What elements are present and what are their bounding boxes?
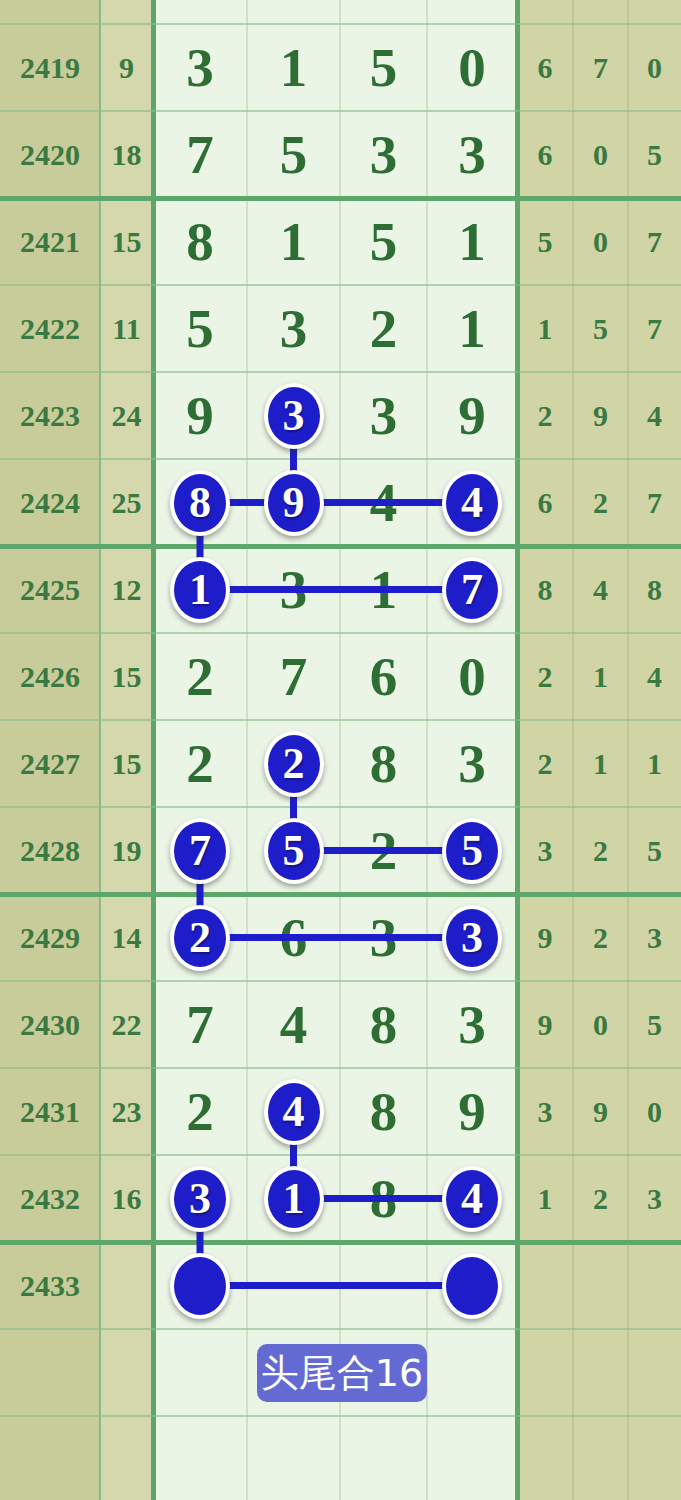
digit-cell-2420-2[interactable]: 5 xyxy=(247,111,340,198)
digit-text: 3 xyxy=(458,736,486,791)
digit-text: 5 xyxy=(370,214,398,269)
selected-number-text: 7 xyxy=(189,829,211,873)
digit-text: 0 xyxy=(458,649,486,704)
digit-cell-2424-3[interactable]: 4 xyxy=(340,459,427,546)
selected-number-text: 3 xyxy=(461,916,483,960)
sum-cell-2429: 14 xyxy=(100,894,153,981)
selected-number-marker[interactable]: 5 xyxy=(264,818,324,884)
sum-cell-2431-text: 23 xyxy=(112,1097,142,1127)
digit-text: 9 xyxy=(186,388,214,443)
digit-cell-2426-3[interactable]: 6 xyxy=(340,633,427,720)
digit-cell-2426-2[interactable]: 7 xyxy=(247,633,340,720)
digit-text: 1 xyxy=(458,214,486,269)
digit-text: 9 xyxy=(458,388,486,443)
selected-number-text: 2 xyxy=(283,742,305,786)
right-cell-2429-2: 2 xyxy=(573,894,628,981)
right-cell-2426-3-text: 4 xyxy=(647,662,662,692)
right-cell-2432-2-text: 2 xyxy=(593,1184,608,1214)
digit-text: 7 xyxy=(280,649,308,704)
digit-cell-2429-4[interactable]: 3 xyxy=(427,894,517,981)
digit-cell-2423-1[interactable]: 9 xyxy=(153,372,247,459)
selected-number-marker[interactable]: 3 xyxy=(170,1166,230,1232)
digit-cell-2419-4[interactable]: 0 xyxy=(427,24,517,111)
digit-text: 1 xyxy=(458,301,486,356)
selected-number-text: 5 xyxy=(283,829,305,873)
digit-cell-2428-2[interactable]: 5 xyxy=(247,807,340,894)
digit-cell-2424-1[interactable]: 8 xyxy=(153,459,247,546)
right-cell-2429-1: 9 xyxy=(517,894,573,981)
right-cell-2425-2: 4 xyxy=(573,546,628,633)
right-cell-2430-3-text: 5 xyxy=(647,1010,662,1040)
digit-cell-2427-3[interactable]: 8 xyxy=(340,720,427,807)
sum-cell-2420: 18 xyxy=(100,111,153,198)
sum-cell-2429-text: 14 xyxy=(112,923,142,953)
digit-text: 9 xyxy=(458,1084,486,1139)
right-cell-2419-3: 0 xyxy=(628,24,681,111)
right-cell-2432-3-text: 3 xyxy=(647,1184,662,1214)
right-cell-2425-3-text: 8 xyxy=(647,575,662,605)
right-cell-2419-1: 6 xyxy=(517,24,573,111)
right-cell-2421-1: 5 xyxy=(517,198,573,285)
right-cell-2429-3-text: 3 xyxy=(647,923,662,953)
issue-cell-2423-text: 2423 xyxy=(20,401,80,431)
digit-cell-2428-4[interactable]: 5 xyxy=(427,807,517,894)
right-cell-2425-1: 8 xyxy=(517,546,573,633)
digit-cell-2419-2[interactable]: 1 xyxy=(247,24,340,111)
selected-number-marker[interactable]: 1 xyxy=(264,1166,324,1232)
digit-cell-2433-1[interactable] xyxy=(153,1242,247,1329)
right-cell-2422-2: 5 xyxy=(573,285,628,372)
sum-cell-2422: 11 xyxy=(100,285,153,372)
right-cell-2420-3: 5 xyxy=(628,111,681,198)
digit-cell-2421-4[interactable]: 1 xyxy=(427,198,517,285)
digit-cell-2427-1[interactable]: 2 xyxy=(153,720,247,807)
right-cell-2420-3-text: 5 xyxy=(647,140,662,170)
digit-text: 3 xyxy=(458,997,486,1052)
right-cell-2421-3: 7 xyxy=(628,198,681,285)
selected-number-marker[interactable]: 2 xyxy=(170,905,230,971)
right-cell-2426-3: 4 xyxy=(628,633,681,720)
right-cell-2419-2: 7 xyxy=(573,24,628,111)
row-grid-line xyxy=(0,1415,681,1417)
digit-cell-2431-3[interactable]: 8 xyxy=(340,1068,427,1155)
sum-cell-2421-text: 15 xyxy=(112,227,142,257)
digit-cell-2427-2[interactable]: 2 xyxy=(247,720,340,807)
right-cell-2422-1-text: 1 xyxy=(538,314,553,344)
digit-cell-2433-4[interactable] xyxy=(427,1242,517,1329)
issue-cell-2430-text: 2430 xyxy=(20,1010,80,1040)
sum-cell-2426-text: 15 xyxy=(112,662,142,692)
digit-cell-2429-1[interactable]: 2 xyxy=(153,894,247,981)
digit-cell-2426-1[interactable]: 2 xyxy=(153,633,247,720)
right-cell-2433-2 xyxy=(573,1242,628,1329)
right-cell-2432-3: 3 xyxy=(628,1155,681,1242)
digit-cell-2422-1[interactable]: 5 xyxy=(153,285,247,372)
selected-number-marker[interactable]: 4 xyxy=(442,1166,502,1232)
issue-cell-2423: 2423 xyxy=(0,372,100,459)
digit-cell-2420-3[interactable]: 3 xyxy=(340,111,427,198)
selected-number-text: 3 xyxy=(189,1177,211,1221)
digit-text: 3 xyxy=(370,388,398,443)
issue-cell-2424-text: 2424 xyxy=(20,488,80,518)
sum-cell-2428: 19 xyxy=(100,807,153,894)
digit-text: 8 xyxy=(370,1171,398,1226)
digit-cell-2429-2[interactable]: 6 xyxy=(247,894,340,981)
right-cell-2431-2-text: 9 xyxy=(593,1097,608,1127)
digit-text: 8 xyxy=(370,1084,398,1139)
right-cell-2428-2-text: 2 xyxy=(593,836,608,866)
sum-cell-2426: 15 xyxy=(100,633,153,720)
right-cell-2430-2-text: 0 xyxy=(593,1010,608,1040)
right-cell-2423-2: 9 xyxy=(573,372,628,459)
sum-cell-2431: 23 xyxy=(100,1068,153,1155)
digit-text: 7 xyxy=(186,997,214,1052)
right-cell-2425-1-text: 8 xyxy=(538,575,553,605)
digit-text: 7 xyxy=(186,127,214,182)
sum-cell-2425: 12 xyxy=(100,546,153,633)
selected-number-text: 3 xyxy=(283,394,305,438)
right-cell-2423-1: 2 xyxy=(517,372,573,459)
selected-number-text: 4 xyxy=(461,1177,483,1221)
sum-cell-2428-text: 19 xyxy=(112,836,142,866)
right-cell-2423-3-text: 4 xyxy=(647,401,662,431)
issue-cell-2420: 2420 xyxy=(0,111,100,198)
trend-chart-board: 2419967024201860524211550724221115724232… xyxy=(0,0,681,1500)
digit-cell-2420-4[interactable]: 3 xyxy=(427,111,517,198)
right-cell-2428-3-text: 5 xyxy=(647,836,662,866)
selected-number-marker[interactable]: 3 xyxy=(442,905,502,971)
selected-number-marker[interactable]: 4 xyxy=(442,470,502,536)
sum-cell-2430-text: 22 xyxy=(112,1010,142,1040)
sum-cell-2432-text: 16 xyxy=(112,1184,142,1214)
sum-cell-2432: 16 xyxy=(100,1155,153,1242)
issue-cell-2426-text: 2426 xyxy=(20,662,80,692)
digit-cell-2431-1[interactable]: 2 xyxy=(153,1068,247,1155)
right-cell-2432-1: 1 xyxy=(517,1155,573,1242)
digit-cell-2431-4[interactable]: 9 xyxy=(427,1068,517,1155)
selected-number-marker[interactable]: 1 xyxy=(170,557,230,623)
sum-cell-2425-text: 12 xyxy=(112,575,142,605)
selected-number-marker[interactable]: 9 xyxy=(264,470,324,536)
digit-cell-2426-4[interactable]: 0 xyxy=(427,633,517,720)
right-cell-2431-2: 9 xyxy=(573,1068,628,1155)
selected-number-text: 1 xyxy=(283,1177,305,1221)
digit-cell-2425-2[interactable]: 3 xyxy=(247,546,340,633)
digit-text: 4 xyxy=(370,475,398,530)
sum-cell-2427-text: 15 xyxy=(112,749,142,779)
digit-text: 0 xyxy=(458,40,486,95)
digit-cell-2419-3[interactable]: 5 xyxy=(340,24,427,111)
digit-text: 3 xyxy=(186,40,214,95)
right-cell-2426-2: 1 xyxy=(573,633,628,720)
right-cell-2431-3: 0 xyxy=(628,1068,681,1155)
right-cell-2426-2-text: 1 xyxy=(593,662,608,692)
right-cell-2431-1-text: 3 xyxy=(538,1097,553,1127)
digit-text: 2 xyxy=(370,823,398,878)
right-cell-2420-1: 6 xyxy=(517,111,573,198)
right-cell-2427-2-text: 1 xyxy=(593,749,608,779)
right-cell-2419-1-text: 6 xyxy=(538,53,553,83)
digit-text: 1 xyxy=(280,214,308,269)
digit-cell-2424-2[interactable]: 9 xyxy=(247,459,340,546)
digit-cell-2421-2[interactable]: 1 xyxy=(247,198,340,285)
right-cell-2421-1-text: 5 xyxy=(538,227,553,257)
right-cell-2433-1 xyxy=(517,1242,573,1329)
digit-text: 3 xyxy=(370,910,398,965)
selected-number-marker[interactable]: 4 xyxy=(264,1079,324,1145)
sum-cell-2423-text: 24 xyxy=(112,401,142,431)
digit-cell-2422-3[interactable]: 2 xyxy=(340,285,427,372)
right-cell-2428-3: 5 xyxy=(628,807,681,894)
digit-cell-2425-1[interactable]: 1 xyxy=(153,546,247,633)
digit-text: 8 xyxy=(186,214,214,269)
digit-cell-2431-2[interactable]: 4 xyxy=(247,1068,340,1155)
right-cell-2424-3: 7 xyxy=(628,459,681,546)
digit-cell-2425-4[interactable]: 7 xyxy=(427,546,517,633)
right-cell-2422-2-text: 5 xyxy=(593,314,608,344)
right-cell-2422-1: 1 xyxy=(517,285,573,372)
filled-number-marker[interactable] xyxy=(170,1253,230,1319)
issue-cell-2425: 2425 xyxy=(0,546,100,633)
right-cell-2422-3-text: 7 xyxy=(647,314,662,344)
issue-cell-2429: 2429 xyxy=(0,894,100,981)
digit-cell-2425-3[interactable]: 1 xyxy=(340,546,427,633)
sum-cell-2433 xyxy=(100,1242,153,1329)
digit-cell-2420-1[interactable]: 7 xyxy=(153,111,247,198)
issue-cell-2419: 2419 xyxy=(0,24,100,111)
selected-number-marker[interactable]: 8 xyxy=(170,470,230,536)
digit-text: 4 xyxy=(280,997,308,1052)
digit-text: 3 xyxy=(280,562,308,617)
digit-cell-2433-2[interactable] xyxy=(247,1242,340,1329)
digit-text: 3 xyxy=(280,301,308,356)
digit-cell-2432-4[interactable]: 4 xyxy=(427,1155,517,1242)
digit-cell-2423-2[interactable]: 3 xyxy=(247,372,340,459)
digit-text: 8 xyxy=(370,997,398,1052)
right-cell-2430-1: 9 xyxy=(517,981,573,1068)
digit-text: 5 xyxy=(280,127,308,182)
selected-number-marker[interactable]: 7 xyxy=(442,557,502,623)
digit-cell-2427-4[interactable]: 3 xyxy=(427,720,517,807)
issue-cell-2424: 2424 xyxy=(0,459,100,546)
digit-cell-2421-1[interactable]: 8 xyxy=(153,198,247,285)
issue-cell-2427: 2427 xyxy=(0,720,100,807)
sum-cell-2427: 15 xyxy=(100,720,153,807)
digit-text: 1 xyxy=(280,40,308,95)
issue-cell-2425-text: 2425 xyxy=(20,575,80,605)
digit-cell-2430-1[interactable]: 7 xyxy=(153,981,247,1068)
digit-text: 2 xyxy=(186,736,214,791)
digit-text: 5 xyxy=(370,40,398,95)
right-cell-2426-1-text: 2 xyxy=(538,662,553,692)
digit-text: 2 xyxy=(186,1084,214,1139)
issue-cell-2433-text: 2433 xyxy=(20,1271,80,1301)
digit-cell-2433-3[interactable] xyxy=(340,1242,427,1329)
digit-cell-2423-4[interactable]: 9 xyxy=(427,372,517,459)
right-cell-2423-2-text: 9 xyxy=(593,401,608,431)
issue-cell-2431: 2431 xyxy=(0,1068,100,1155)
digit-cell-2432-2[interactable]: 1 xyxy=(247,1155,340,1242)
selected-number-text: 8 xyxy=(189,481,211,525)
right-cell-2423-3: 4 xyxy=(628,372,681,459)
digit-cell-2429-3[interactable]: 3 xyxy=(340,894,427,981)
issue-cell-2429-text: 2429 xyxy=(20,923,80,953)
issue-cell-2426: 2426 xyxy=(0,633,100,720)
sum-cell-2424: 25 xyxy=(100,459,153,546)
digit-text: 3 xyxy=(458,127,486,182)
issue-cell-2432: 2432 xyxy=(0,1155,100,1242)
right-cell-2431-1: 3 xyxy=(517,1068,573,1155)
right-cell-2429-2-text: 2 xyxy=(593,923,608,953)
sum-cell-2419: 9 xyxy=(100,24,153,111)
right-cell-2427-1: 2 xyxy=(517,720,573,807)
right-cell-2420-2: 0 xyxy=(573,111,628,198)
right-cell-2422-3: 7 xyxy=(628,285,681,372)
right-cell-2424-2: 2 xyxy=(573,459,628,546)
right-cell-2419-3-text: 0 xyxy=(647,53,662,83)
selected-number-text: 4 xyxy=(461,481,483,525)
selected-number-text: 1 xyxy=(189,568,211,612)
issue-cell-2433: 2433 xyxy=(0,1242,100,1329)
digit-cell-2422-4[interactable]: 1 xyxy=(427,285,517,372)
right-cell-2427-1-text: 2 xyxy=(538,749,553,779)
right-cell-2433-3 xyxy=(628,1242,681,1329)
right-cell-2424-1: 6 xyxy=(517,459,573,546)
issue-cell-2421-text: 2421 xyxy=(20,227,80,257)
selected-number-marker[interactable]: 7 xyxy=(170,818,230,884)
digit-cell-2432-3[interactable]: 8 xyxy=(340,1155,427,1242)
right-cell-2423-1-text: 2 xyxy=(538,401,553,431)
right-cell-2426-1: 2 xyxy=(517,633,573,720)
filled-number-marker[interactable] xyxy=(442,1253,502,1319)
sum-cell-2423: 24 xyxy=(100,372,153,459)
selected-number-text: 4 xyxy=(283,1090,305,1134)
right-cell-2432-1-text: 1 xyxy=(538,1184,553,1214)
sum-cell-2419-text: 9 xyxy=(119,53,134,83)
sum-cell-2422-text: 11 xyxy=(112,314,140,344)
digit-cell-2424-4[interactable]: 4 xyxy=(427,459,517,546)
issue-cell-2420-text: 2420 xyxy=(20,140,80,170)
right-cell-2430-3: 5 xyxy=(628,981,681,1068)
digit-text: 8 xyxy=(370,736,398,791)
right-cell-2429-3: 3 xyxy=(628,894,681,981)
right-cell-2420-2-text: 0 xyxy=(593,140,608,170)
sum-cell-2420-text: 18 xyxy=(112,140,142,170)
right-cell-2430-1-text: 9 xyxy=(538,1010,553,1040)
digit-cell-2430-4[interactable]: 3 xyxy=(427,981,517,1068)
selected-number-marker[interactable]: 2 xyxy=(264,731,324,797)
issue-cell-2430: 2430 xyxy=(0,981,100,1068)
digit-text: 2 xyxy=(186,649,214,704)
digit-cell-2422-2[interactable]: 3 xyxy=(247,285,340,372)
issue-cell-2421: 2421 xyxy=(0,198,100,285)
digit-text: 2 xyxy=(370,301,398,356)
digit-cell-2423-3[interactable]: 3 xyxy=(340,372,427,459)
selected-number-text: 2 xyxy=(189,916,211,960)
right-cell-2429-1-text: 9 xyxy=(538,923,553,953)
issue-cell-2428: 2428 xyxy=(0,807,100,894)
right-cell-2427-2: 1 xyxy=(573,720,628,807)
digit-text: 6 xyxy=(280,910,308,965)
right-cell-2420-1-text: 6 xyxy=(538,140,553,170)
right-cell-2421-2: 0 xyxy=(573,198,628,285)
digit-cell-2421-3[interactable]: 5 xyxy=(340,198,427,285)
right-cell-2431-3-text: 0 xyxy=(647,1097,662,1127)
selected-number-text: 7 xyxy=(461,568,483,612)
right-cell-2428-1: 3 xyxy=(517,807,573,894)
digit-text: 6 xyxy=(370,649,398,704)
digit-cell-2428-3[interactable]: 2 xyxy=(340,807,427,894)
right-cell-2428-1-text: 3 xyxy=(538,836,553,866)
right-cell-2428-2: 2 xyxy=(573,807,628,894)
sum-cell-2421: 15 xyxy=(100,198,153,285)
issue-cell-2422-text: 2422 xyxy=(20,314,80,344)
issue-cell-2422: 2422 xyxy=(0,285,100,372)
digit-cell-2430-2[interactable]: 4 xyxy=(247,981,340,1068)
right-cell-2424-3-text: 7 xyxy=(647,488,662,518)
digit-text: 1 xyxy=(370,562,398,617)
right-cell-2425-3: 8 xyxy=(628,546,681,633)
sum-cell-2424-text: 25 xyxy=(112,488,142,518)
right-cell-2421-3-text: 7 xyxy=(647,227,662,257)
digit-cell-2432-1[interactable]: 3 xyxy=(153,1155,247,1242)
selected-number-text: 5 xyxy=(461,829,483,873)
right-cell-2419-2-text: 7 xyxy=(593,53,608,83)
right-cell-2425-2-text: 4 xyxy=(593,575,608,605)
issue-cell-2428-text: 2428 xyxy=(20,836,80,866)
head-tail-sum-badge: 头尾合16 xyxy=(257,1344,427,1402)
right-cell-2424-2-text: 2 xyxy=(593,488,608,518)
digit-text: 3 xyxy=(370,127,398,182)
selected-number-marker[interactable]: 3 xyxy=(264,383,324,449)
issue-cell-2431-text: 2431 xyxy=(20,1097,80,1127)
sum-cell-2430: 22 xyxy=(100,981,153,1068)
selected-number-text: 9 xyxy=(283,481,305,525)
digit-cell-2428-1[interactable]: 7 xyxy=(153,807,247,894)
issue-cell-2427-text: 2427 xyxy=(20,749,80,779)
selected-number-marker[interactable]: 5 xyxy=(442,818,502,884)
right-cell-2424-1-text: 6 xyxy=(538,488,553,518)
right-cell-2432-2: 2 xyxy=(573,1155,628,1242)
digit-cell-2430-3[interactable]: 8 xyxy=(340,981,427,1068)
right-cell-2421-2-text: 0 xyxy=(593,227,608,257)
right-cell-2427-3-text: 1 xyxy=(647,749,662,779)
digit-cell-2419-1[interactable]: 3 xyxy=(153,24,247,111)
head-tail-sum-label: 头尾合16 xyxy=(261,1354,423,1392)
right-cell-2430-2: 0 xyxy=(573,981,628,1068)
issue-cell-2432-text: 2432 xyxy=(20,1184,80,1214)
issue-cell-2419-text: 2419 xyxy=(20,53,80,83)
right-cell-2427-3: 1 xyxy=(628,720,681,807)
digit-text: 5 xyxy=(186,301,214,356)
